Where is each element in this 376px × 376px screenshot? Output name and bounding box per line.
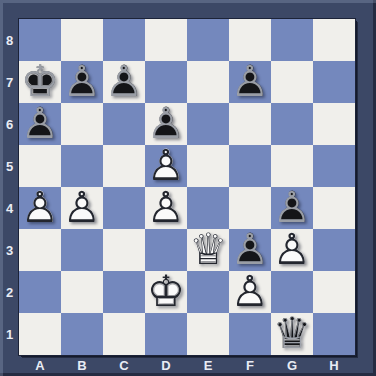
square-a1[interactable] <box>19 313 61 355</box>
queen-glyph-outline: ♕ <box>187 229 229 271</box>
white-pawn-a4[interactable]: ♟♙ <box>19 187 61 229</box>
square-d6[interactable]: ♟♙ <box>145 103 187 145</box>
pawn-glyph-outline: ♙ <box>145 187 187 229</box>
square-d3[interactable] <box>145 229 187 271</box>
square-a2[interactable] <box>19 271 61 313</box>
square-h3[interactable] <box>313 229 355 271</box>
square-h5[interactable] <box>313 145 355 187</box>
rank-label-5: 5 <box>0 145 19 187</box>
square-b3[interactable] <box>61 229 103 271</box>
white-queen-e3[interactable]: ♛♕ <box>187 229 229 271</box>
square-g2[interactable] <box>271 271 313 313</box>
square-d2[interactable]: ♚♔ <box>145 271 187 313</box>
queen-glyph-outline: ♕ <box>271 313 313 355</box>
rank-label-7: 7 <box>0 61 19 103</box>
square-c8[interactable] <box>103 19 145 61</box>
square-f4[interactable] <box>229 187 271 229</box>
square-e7[interactable] <box>187 61 229 103</box>
black-pawn-c7[interactable]: ♟♙ <box>103 61 145 103</box>
square-f6[interactable] <box>229 103 271 145</box>
square-h6[interactable] <box>313 103 355 145</box>
square-g6[interactable] <box>271 103 313 145</box>
pawn-glyph-outline: ♙ <box>61 61 103 103</box>
square-c5[interactable] <box>103 145 145 187</box>
file-label-e: E <box>187 355 229 376</box>
square-c2[interactable] <box>103 271 145 313</box>
square-f5[interactable] <box>229 145 271 187</box>
pawn-glyph-outline: ♙ <box>145 145 187 187</box>
square-b8[interactable] <box>61 19 103 61</box>
square-d7[interactable] <box>145 61 187 103</box>
file-label-f: F <box>229 355 271 376</box>
square-a5[interactable] <box>19 145 61 187</box>
rank-label-4: 4 <box>0 187 19 229</box>
square-h1[interactable] <box>313 313 355 355</box>
file-label-g: G <box>271 355 313 376</box>
black-pawn-b7[interactable]: ♟♙ <box>61 61 103 103</box>
square-e4[interactable] <box>187 187 229 229</box>
square-f3[interactable]: ♟♙ <box>229 229 271 271</box>
square-g7[interactable] <box>271 61 313 103</box>
white-pawn-f2[interactable]: ♟♙ <box>229 271 271 313</box>
square-e6[interactable] <box>187 103 229 145</box>
pawn-glyph-outline: ♙ <box>229 61 271 103</box>
square-a6[interactable]: ♟♙ <box>19 103 61 145</box>
black-pawn-a6[interactable]: ♟♙ <box>19 103 61 145</box>
white-pawn-b4[interactable]: ♟♙ <box>61 187 103 229</box>
square-b1[interactable] <box>61 313 103 355</box>
rank-label-3: 3 <box>0 229 19 271</box>
square-b2[interactable] <box>61 271 103 313</box>
rank-label-1: 1 <box>0 313 19 355</box>
file-label-a: A <box>19 355 61 376</box>
pawn-glyph-outline: ♙ <box>229 271 271 313</box>
file-label-d: D <box>145 355 187 376</box>
square-c4[interactable] <box>103 187 145 229</box>
black-pawn-g4[interactable]: ♟♙ <box>271 187 313 229</box>
square-g1[interactable]: ♛♕ <box>271 313 313 355</box>
square-d8[interactable] <box>145 19 187 61</box>
square-c7[interactable]: ♟♙ <box>103 61 145 103</box>
file-label-h: H <box>313 355 355 376</box>
white-pawn-g3[interactable]: ♟♙ <box>271 229 313 271</box>
rank-label-6: 6 <box>0 103 19 145</box>
square-f7[interactable]: ♟♙ <box>229 61 271 103</box>
square-d1[interactable] <box>145 313 187 355</box>
pawn-glyph-outline: ♙ <box>103 61 145 103</box>
square-f2[interactable]: ♟♙ <box>229 271 271 313</box>
square-g3[interactable]: ♟♙ <box>271 229 313 271</box>
file-label-b: B <box>61 355 103 376</box>
pawn-glyph-outline: ♙ <box>229 229 271 271</box>
black-pawn-f3[interactable]: ♟♙ <box>229 229 271 271</box>
pawn-glyph-outline: ♙ <box>271 229 313 271</box>
square-b6[interactable] <box>61 103 103 145</box>
black-pawn-d6[interactable]: ♟♙ <box>145 103 187 145</box>
square-c6[interactable] <box>103 103 145 145</box>
square-c1[interactable] <box>103 313 145 355</box>
square-g4[interactable]: ♟♙ <box>271 187 313 229</box>
square-f1[interactable] <box>229 313 271 355</box>
pawn-glyph-outline: ♙ <box>19 187 61 229</box>
square-e1[interactable] <box>187 313 229 355</box>
square-h4[interactable] <box>313 187 355 229</box>
chess-board: ♚♔♟♙♟♙♟♙♟♙♟♙♟♙♟♙♟♙♟♙♟♙♛♕♟♙♟♙♚♔♟♙♛♕ <box>19 19 355 355</box>
king-glyph-outline: ♔ <box>19 61 61 103</box>
black-pawn-f7[interactable]: ♟♙ <box>229 61 271 103</box>
square-c3[interactable] <box>103 229 145 271</box>
square-e5[interactable] <box>187 145 229 187</box>
square-e2[interactable] <box>187 271 229 313</box>
square-g5[interactable] <box>271 145 313 187</box>
square-a7[interactable]: ♚♔ <box>19 61 61 103</box>
black-king-a7[interactable]: ♚♔ <box>19 61 61 103</box>
square-f8[interactable] <box>229 19 271 61</box>
square-a8[interactable] <box>19 19 61 61</box>
square-a3[interactable] <box>19 229 61 271</box>
pawn-glyph-outline: ♙ <box>19 103 61 145</box>
square-e3[interactable]: ♛♕ <box>187 229 229 271</box>
square-g8[interactable] <box>271 19 313 61</box>
square-b7[interactable]: ♟♙ <box>61 61 103 103</box>
square-b5[interactable] <box>61 145 103 187</box>
rank-label-8: 8 <box>0 19 19 61</box>
square-h7[interactable] <box>313 61 355 103</box>
square-a4[interactable]: ♟♙ <box>19 187 61 229</box>
square-h2[interactable] <box>313 271 355 313</box>
square-d5[interactable]: ♟♙ <box>145 145 187 187</box>
white-king-d2[interactable]: ♚♔ <box>145 271 187 313</box>
square-d4[interactable]: ♟♙ <box>145 187 187 229</box>
pawn-glyph-outline: ♙ <box>271 187 313 229</box>
rank-label-2: 2 <box>0 271 19 313</box>
square-b4[interactable]: ♟♙ <box>61 187 103 229</box>
file-label-c: C <box>103 355 145 376</box>
square-h8[interactable] <box>313 19 355 61</box>
pawn-glyph-outline: ♙ <box>61 187 103 229</box>
white-pawn-d5[interactable]: ♟♙ <box>145 145 187 187</box>
king-glyph-outline: ♔ <box>145 271 187 313</box>
square-e8[interactable] <box>187 19 229 61</box>
chess-board-frame: ♚♔♟♙♟♙♟♙♟♙♟♙♟♙♟♙♟♙♟♙♟♙♛♕♟♙♟♙♚♔♟♙♛♕ 87654… <box>0 0 376 376</box>
pawn-glyph-outline: ♙ <box>145 103 187 145</box>
black-queen-g1[interactable]: ♛♕ <box>271 313 313 355</box>
white-pawn-d4[interactable]: ♟♙ <box>145 187 187 229</box>
